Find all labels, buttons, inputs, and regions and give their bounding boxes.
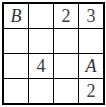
cell-r2c2[interactable] (29, 29, 53, 53)
cell-r3c2[interactable]: 4 (29, 54, 53, 78)
cell-r2c3[interactable] (54, 29, 78, 53)
puzzle-board: B 2 3 4 A 2 (2, 2, 105, 105)
puzzle-diagram: B 2 3 4 A 2 (0, 0, 106, 105)
cell-r3c1[interactable] (4, 54, 28, 78)
cell-r1c4[interactable]: 3 (79, 4, 103, 28)
cell-r4c4[interactable]: 2 (79, 79, 103, 103)
cell-r4c1[interactable] (4, 79, 28, 103)
cell-r1c3[interactable]: 2 (54, 4, 78, 28)
cell-r1c2[interactable] (29, 4, 53, 28)
cell-r1c1[interactable]: B (4, 4, 28, 28)
cell-r4c3[interactable] (54, 79, 78, 103)
cell-r2c4[interactable] (79, 29, 103, 53)
cell-r4c2[interactable] (29, 79, 53, 103)
cell-r3c4[interactable]: A (79, 54, 103, 78)
cell-r2c1[interactable] (4, 29, 28, 53)
cell-r3c3[interactable] (54, 54, 78, 78)
